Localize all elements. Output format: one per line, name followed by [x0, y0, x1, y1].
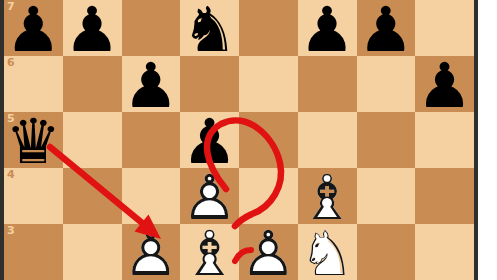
- chess-board: 7♟♟♞♟♟6♟♟5♛♟4♟♙♝♗3♟♙♝♗♟♙♞♘: [4, 0, 474, 280]
- square-a3[interactable]: 3: [4, 224, 63, 280]
- rank-label-4: 4: [7, 169, 15, 181]
- rank-label-3: 3: [7, 225, 15, 237]
- square-b4[interactable]: [63, 168, 122, 224]
- square-h7[interactable]: [415, 0, 474, 56]
- square-f4[interactable]: ♝♗: [298, 168, 357, 224]
- square-g5[interactable]: [357, 112, 416, 168]
- square-g6[interactable]: [357, 56, 416, 112]
- white-pawn-d4[interactable]: ♟♙: [180, 168, 239, 224]
- black-queen-a5[interactable]: ♛: [4, 112, 63, 168]
- window-edge-left: [0, 0, 4, 280]
- black-pawn-d5[interactable]: ♟: [180, 112, 239, 168]
- square-f6[interactable]: [298, 56, 357, 112]
- square-a7[interactable]: 7♟: [4, 0, 63, 56]
- chessboard-screenshot: 7♟♟♞♟♟6♟♟5♛♟4♟♙♝♗3♟♙♝♗♟♙♞♘: [0, 0, 497, 280]
- square-c7[interactable]: [122, 0, 181, 56]
- white-knight-f3[interactable]: ♞♘: [298, 224, 357, 280]
- black-pawn-c6[interactable]: ♟: [122, 56, 181, 112]
- black-pawn-h6[interactable]: ♟: [415, 56, 474, 112]
- black-knight-d7[interactable]: ♞: [180, 0, 239, 56]
- square-d4[interactable]: ♟♙: [180, 168, 239, 224]
- square-b3[interactable]: [63, 224, 122, 280]
- square-c4[interactable]: [122, 168, 181, 224]
- square-d6[interactable]: [180, 56, 239, 112]
- white-pawn-e3[interactable]: ♟♙: [239, 224, 298, 280]
- black-pawn-g7[interactable]: ♟: [357, 0, 416, 56]
- square-g4[interactable]: [357, 168, 416, 224]
- square-c6[interactable]: ♟: [122, 56, 181, 112]
- square-h5[interactable]: [415, 112, 474, 168]
- square-a4[interactable]: 4: [4, 168, 63, 224]
- square-e6[interactable]: [239, 56, 298, 112]
- square-b6[interactable]: [63, 56, 122, 112]
- square-e7[interactable]: [239, 0, 298, 56]
- white-pawn-c3[interactable]: ♟♙: [122, 224, 181, 280]
- black-pawn-a7[interactable]: ♟: [4, 0, 63, 56]
- square-h4[interactable]: [415, 168, 474, 224]
- rank-label-6: 6: [7, 57, 15, 69]
- square-c5[interactable]: [122, 112, 181, 168]
- square-f7[interactable]: ♟: [298, 0, 357, 56]
- square-a6[interactable]: 6: [4, 56, 63, 112]
- square-f5[interactable]: [298, 112, 357, 168]
- white-bishop-f4[interactable]: ♝♗: [298, 168, 357, 224]
- white-bishop-d3[interactable]: ♝♗: [180, 224, 239, 280]
- board-edge-right: [474, 0, 478, 280]
- square-b5[interactable]: [63, 112, 122, 168]
- square-e4[interactable]: [239, 168, 298, 224]
- square-g7[interactable]: ♟: [357, 0, 416, 56]
- square-b7[interactable]: ♟: [63, 0, 122, 56]
- square-d7[interactable]: ♞: [180, 0, 239, 56]
- square-g3[interactable]: [357, 224, 416, 280]
- black-pawn-f7[interactable]: ♟: [298, 0, 357, 56]
- square-f3[interactable]: ♞♘: [298, 224, 357, 280]
- square-c3[interactable]: ♟♙: [122, 224, 181, 280]
- black-pawn-b7[interactable]: ♟: [63, 0, 122, 56]
- square-e5[interactable]: [239, 112, 298, 168]
- square-h3[interactable]: [415, 224, 474, 280]
- square-h6[interactable]: ♟: [415, 56, 474, 112]
- square-d5[interactable]: ♟: [180, 112, 239, 168]
- square-e3[interactable]: ♟♙: [239, 224, 298, 280]
- square-d3[interactable]: ♝♗: [180, 224, 239, 280]
- square-a5[interactable]: 5♛: [4, 112, 63, 168]
